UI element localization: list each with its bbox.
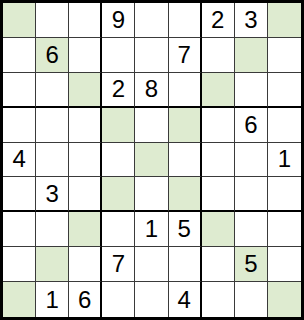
cell-r7c8[interactable] (235, 212, 268, 247)
cell-r7c3[interactable] (69, 212, 102, 247)
cell-r9c1[interactable] (3, 282, 36, 317)
cell-r1c3[interactable] (69, 3, 102, 38)
cell-r4c1[interactable] (3, 108, 36, 143)
cell-r4c9[interactable] (268, 108, 301, 143)
cell-r2c5[interactable] (135, 38, 168, 73)
cell-r2c6[interactable]: 7 (169, 38, 202, 73)
cell-r2c3[interactable] (69, 38, 102, 73)
cell-r9c2[interactable]: 1 (36, 282, 69, 317)
cell-r9c9[interactable] (268, 282, 301, 317)
cell-r5c6[interactable] (169, 143, 202, 178)
cell-r4c4[interactable] (102, 108, 135, 143)
cell-r8c9[interactable] (268, 247, 301, 282)
cell-r7c1[interactable] (3, 212, 36, 247)
cell-r5c8[interactable] (235, 143, 268, 178)
cell-r5c2[interactable] (36, 143, 69, 178)
sudoku-board: 923672864131575164 (0, 0, 304, 320)
cell-r7c5[interactable]: 1 (135, 212, 168, 247)
cell-r8c3[interactable] (69, 247, 102, 282)
cell-r2c8[interactable] (235, 38, 268, 73)
cell-r5c3[interactable] (69, 143, 102, 178)
cell-r7c9[interactable] (268, 212, 301, 247)
cell-r3c9[interactable] (268, 73, 301, 108)
cell-r1c5[interactable] (135, 3, 168, 38)
cell-r4c3[interactable] (69, 108, 102, 143)
cell-r7c2[interactable] (36, 212, 69, 247)
cell-r6c1[interactable] (3, 177, 36, 212)
cell-r9c3[interactable]: 6 (69, 282, 102, 317)
cell-r8c5[interactable] (135, 247, 168, 282)
cell-r3c2[interactable] (36, 73, 69, 108)
cell-r6c7[interactable] (202, 177, 235, 212)
cell-r6c2[interactable]: 3 (36, 177, 69, 212)
cell-r5c7[interactable] (202, 143, 235, 178)
cell-r9c5[interactable] (135, 282, 168, 317)
cell-r2c2[interactable]: 6 (36, 38, 69, 73)
cell-r1c6[interactable] (169, 3, 202, 38)
cell-r2c7[interactable] (202, 38, 235, 73)
cell-r6c5[interactable] (135, 177, 168, 212)
cell-r4c8[interactable]: 6 (235, 108, 268, 143)
cell-r3c6[interactable] (169, 73, 202, 108)
cell-r6c6[interactable] (169, 177, 202, 212)
cell-r5c1[interactable]: 4 (3, 143, 36, 178)
cell-r2c1[interactable] (3, 38, 36, 73)
cell-r2c9[interactable] (268, 38, 301, 73)
cell-r1c9[interactable] (268, 3, 301, 38)
cell-r8c4[interactable]: 7 (102, 247, 135, 282)
cell-r1c4[interactable]: 9 (102, 3, 135, 38)
cell-r6c9[interactable] (268, 177, 301, 212)
cell-r5c9[interactable]: 1 (268, 143, 301, 178)
cell-r3c5[interactable]: 8 (135, 73, 168, 108)
cell-r5c4[interactable] (102, 143, 135, 178)
cell-r2c4[interactable] (102, 38, 135, 73)
cell-r3c1[interactable] (3, 73, 36, 108)
cell-r1c2[interactable] (36, 3, 69, 38)
cell-r9c8[interactable] (235, 282, 268, 317)
cell-r4c7[interactable] (202, 108, 235, 143)
cell-r7c7[interactable] (202, 212, 235, 247)
cell-r7c6[interactable]: 5 (169, 212, 202, 247)
cell-r6c8[interactable] (235, 177, 268, 212)
cell-r6c4[interactable] (102, 177, 135, 212)
cell-r1c8[interactable]: 3 (235, 3, 268, 38)
cell-r3c4[interactable]: 2 (102, 73, 135, 108)
cell-r8c2[interactable] (36, 247, 69, 282)
cell-r3c7[interactable] (202, 73, 235, 108)
cell-r8c7[interactable] (202, 247, 235, 282)
cell-r7c4[interactable] (102, 212, 135, 247)
cell-r4c5[interactable] (135, 108, 168, 143)
cell-r3c3[interactable] (69, 73, 102, 108)
cell-r3c8[interactable] (235, 73, 268, 108)
cell-r8c6[interactable] (169, 247, 202, 282)
cell-r9c4[interactable] (102, 282, 135, 317)
cell-r8c8[interactable]: 5 (235, 247, 268, 282)
cell-r4c6[interactable] (169, 108, 202, 143)
cell-r5c5[interactable] (135, 143, 168, 178)
cell-r8c1[interactable] (3, 247, 36, 282)
cell-r4c2[interactable] (36, 108, 69, 143)
cell-r1c7[interactable]: 2 (202, 3, 235, 38)
cell-r6c3[interactable] (69, 177, 102, 212)
cell-r9c7[interactable] (202, 282, 235, 317)
cell-r9c6[interactable]: 4 (169, 282, 202, 317)
cell-r1c1[interactable] (3, 3, 36, 38)
